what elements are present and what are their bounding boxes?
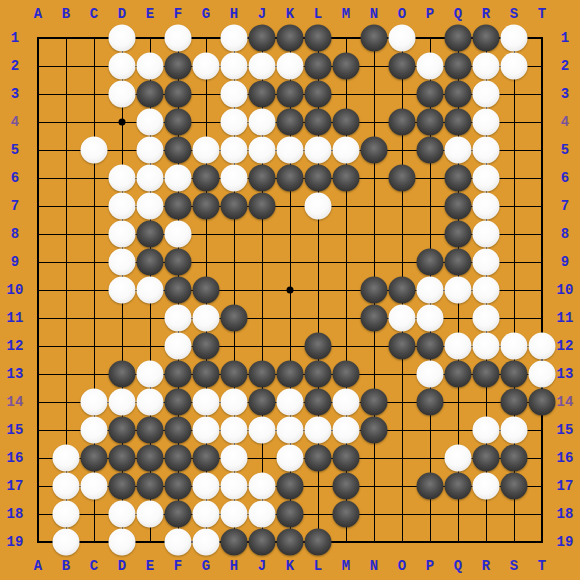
white-stone bbox=[53, 501, 80, 528]
white-stone bbox=[109, 277, 136, 304]
white-stone bbox=[137, 277, 164, 304]
white-stone bbox=[137, 165, 164, 192]
black-stone bbox=[165, 445, 192, 472]
white-stone bbox=[137, 501, 164, 528]
black-stone bbox=[333, 53, 360, 80]
black-stone bbox=[165, 417, 192, 444]
black-stone bbox=[445, 109, 472, 136]
black-stone bbox=[417, 81, 444, 108]
white-stone bbox=[221, 417, 248, 444]
black-stone bbox=[501, 445, 528, 472]
white-stone bbox=[165, 25, 192, 52]
white-stone bbox=[501, 417, 528, 444]
white-stone bbox=[277, 53, 304, 80]
black-stone bbox=[221, 361, 248, 388]
black-stone bbox=[137, 221, 164, 248]
white-stone bbox=[109, 25, 136, 52]
black-stone bbox=[277, 165, 304, 192]
black-stone bbox=[249, 81, 276, 108]
black-stone bbox=[445, 221, 472, 248]
white-stone bbox=[249, 501, 276, 528]
black-stone bbox=[361, 25, 388, 52]
white-stone bbox=[501, 53, 528, 80]
white-stone bbox=[529, 361, 556, 388]
white-stone bbox=[305, 137, 332, 164]
black-stone bbox=[221, 305, 248, 332]
white-stone bbox=[389, 25, 416, 52]
white-stone bbox=[473, 417, 500, 444]
black-stone bbox=[389, 165, 416, 192]
white-stone bbox=[193, 53, 220, 80]
black-stone bbox=[501, 389, 528, 416]
black-stone bbox=[333, 445, 360, 472]
black-stone bbox=[305, 389, 332, 416]
white-stone bbox=[137, 193, 164, 220]
white-stone bbox=[333, 389, 360, 416]
white-stone bbox=[249, 473, 276, 500]
black-stone bbox=[109, 473, 136, 500]
black-stone bbox=[417, 473, 444, 500]
white-stone bbox=[529, 333, 556, 360]
white-stone bbox=[445, 445, 472, 472]
black-stone bbox=[305, 165, 332, 192]
black-stone bbox=[193, 277, 220, 304]
black-stone bbox=[165, 249, 192, 276]
black-stone bbox=[361, 277, 388, 304]
white-stone bbox=[277, 417, 304, 444]
white-stone bbox=[417, 277, 444, 304]
black-stone bbox=[165, 53, 192, 80]
go-board[interactable]: AABBCCDDEEFFGGHHJJKKLLMMNNOOPPQQRRSSTT11… bbox=[0, 0, 580, 580]
white-stone bbox=[81, 389, 108, 416]
white-stone bbox=[249, 417, 276, 444]
white-stone bbox=[221, 445, 248, 472]
white-stone bbox=[221, 53, 248, 80]
white-stone bbox=[417, 305, 444, 332]
white-stone bbox=[109, 529, 136, 556]
black-stone bbox=[165, 361, 192, 388]
white-stone bbox=[109, 193, 136, 220]
black-stone bbox=[249, 389, 276, 416]
black-stone bbox=[333, 473, 360, 500]
white-stone bbox=[81, 137, 108, 164]
stones-layer bbox=[0, 0, 580, 580]
white-stone bbox=[109, 221, 136, 248]
white-stone bbox=[445, 277, 472, 304]
black-stone bbox=[277, 25, 304, 52]
white-stone bbox=[137, 361, 164, 388]
white-stone bbox=[221, 81, 248, 108]
white-stone bbox=[249, 109, 276, 136]
black-stone bbox=[445, 25, 472, 52]
white-stone bbox=[473, 249, 500, 276]
black-stone bbox=[501, 473, 528, 500]
black-stone bbox=[277, 501, 304, 528]
white-stone bbox=[473, 305, 500, 332]
black-stone bbox=[165, 81, 192, 108]
white-stone bbox=[473, 81, 500, 108]
white-stone bbox=[445, 137, 472, 164]
black-stone bbox=[249, 193, 276, 220]
white-stone bbox=[193, 417, 220, 444]
black-stone bbox=[305, 445, 332, 472]
black-stone bbox=[165, 501, 192, 528]
black-stone bbox=[333, 165, 360, 192]
white-stone bbox=[165, 333, 192, 360]
black-stone bbox=[193, 165, 220, 192]
black-stone bbox=[445, 361, 472, 388]
black-stone bbox=[249, 165, 276, 192]
white-stone bbox=[417, 361, 444, 388]
black-stone bbox=[249, 361, 276, 388]
black-stone bbox=[165, 193, 192, 220]
black-stone bbox=[193, 361, 220, 388]
black-stone bbox=[361, 305, 388, 332]
black-stone bbox=[445, 193, 472, 220]
black-stone bbox=[361, 389, 388, 416]
black-stone bbox=[445, 249, 472, 276]
white-stone bbox=[473, 221, 500, 248]
white-stone bbox=[221, 165, 248, 192]
white-stone bbox=[53, 473, 80, 500]
white-stone bbox=[165, 165, 192, 192]
black-stone bbox=[221, 529, 248, 556]
white-stone bbox=[109, 501, 136, 528]
black-stone bbox=[417, 109, 444, 136]
white-stone bbox=[473, 137, 500, 164]
white-stone bbox=[473, 53, 500, 80]
black-stone bbox=[165, 473, 192, 500]
black-stone bbox=[165, 137, 192, 164]
white-stone bbox=[109, 249, 136, 276]
black-stone bbox=[165, 389, 192, 416]
white-stone bbox=[221, 25, 248, 52]
white-stone bbox=[249, 137, 276, 164]
black-stone bbox=[389, 53, 416, 80]
black-stone bbox=[277, 81, 304, 108]
white-stone bbox=[53, 529, 80, 556]
black-stone bbox=[81, 445, 108, 472]
white-stone bbox=[81, 417, 108, 444]
white-stone bbox=[417, 53, 444, 80]
white-stone bbox=[165, 305, 192, 332]
black-stone bbox=[277, 109, 304, 136]
white-stone bbox=[221, 137, 248, 164]
white-stone bbox=[53, 445, 80, 472]
black-stone bbox=[137, 417, 164, 444]
white-stone bbox=[249, 53, 276, 80]
white-stone bbox=[277, 137, 304, 164]
white-stone bbox=[221, 109, 248, 136]
black-stone bbox=[529, 389, 556, 416]
black-stone bbox=[361, 137, 388, 164]
white-stone bbox=[193, 389, 220, 416]
white-stone bbox=[445, 333, 472, 360]
black-stone bbox=[333, 501, 360, 528]
black-stone bbox=[473, 445, 500, 472]
black-stone bbox=[501, 361, 528, 388]
white-stone bbox=[221, 501, 248, 528]
black-stone bbox=[445, 473, 472, 500]
white-stone bbox=[193, 473, 220, 500]
black-stone bbox=[277, 473, 304, 500]
white-stone bbox=[473, 277, 500, 304]
black-stone bbox=[417, 333, 444, 360]
black-stone bbox=[109, 417, 136, 444]
black-stone bbox=[193, 333, 220, 360]
white-stone bbox=[137, 53, 164, 80]
white-stone bbox=[193, 501, 220, 528]
black-stone bbox=[165, 277, 192, 304]
black-stone bbox=[109, 361, 136, 388]
black-stone bbox=[305, 333, 332, 360]
white-stone bbox=[473, 193, 500, 220]
black-stone bbox=[221, 193, 248, 220]
white-stone bbox=[193, 529, 220, 556]
black-stone bbox=[305, 53, 332, 80]
white-stone bbox=[501, 333, 528, 360]
white-stone bbox=[109, 53, 136, 80]
white-stone bbox=[473, 109, 500, 136]
white-stone bbox=[165, 529, 192, 556]
black-stone bbox=[109, 445, 136, 472]
white-stone bbox=[81, 473, 108, 500]
black-stone bbox=[305, 109, 332, 136]
black-stone bbox=[417, 137, 444, 164]
black-stone bbox=[389, 109, 416, 136]
black-stone bbox=[333, 109, 360, 136]
white-stone bbox=[137, 109, 164, 136]
white-stone bbox=[333, 137, 360, 164]
white-stone bbox=[473, 333, 500, 360]
white-stone bbox=[165, 221, 192, 248]
white-stone bbox=[305, 417, 332, 444]
white-stone bbox=[333, 417, 360, 444]
black-stone bbox=[389, 333, 416, 360]
black-stone bbox=[137, 473, 164, 500]
black-stone bbox=[333, 361, 360, 388]
white-stone bbox=[137, 389, 164, 416]
black-stone bbox=[305, 81, 332, 108]
black-stone bbox=[277, 529, 304, 556]
black-stone bbox=[249, 25, 276, 52]
white-stone bbox=[389, 305, 416, 332]
white-stone bbox=[109, 165, 136, 192]
white-stone bbox=[193, 305, 220, 332]
white-stone bbox=[473, 473, 500, 500]
black-stone bbox=[305, 25, 332, 52]
white-stone bbox=[277, 389, 304, 416]
black-stone bbox=[473, 361, 500, 388]
white-stone bbox=[137, 137, 164, 164]
white-stone bbox=[109, 389, 136, 416]
white-stone bbox=[277, 445, 304, 472]
white-stone bbox=[109, 81, 136, 108]
black-stone bbox=[277, 361, 304, 388]
white-stone bbox=[221, 473, 248, 500]
black-stone bbox=[305, 529, 332, 556]
white-stone bbox=[221, 389, 248, 416]
white-stone bbox=[473, 165, 500, 192]
black-stone bbox=[249, 529, 276, 556]
black-stone bbox=[361, 417, 388, 444]
black-stone bbox=[193, 445, 220, 472]
white-stone bbox=[305, 193, 332, 220]
black-stone bbox=[137, 445, 164, 472]
black-stone bbox=[445, 165, 472, 192]
white-stone bbox=[501, 25, 528, 52]
black-stone bbox=[473, 25, 500, 52]
black-stone bbox=[417, 389, 444, 416]
black-stone bbox=[193, 193, 220, 220]
black-stone bbox=[305, 361, 332, 388]
black-stone bbox=[137, 81, 164, 108]
black-stone bbox=[417, 249, 444, 276]
black-stone bbox=[389, 277, 416, 304]
black-stone bbox=[445, 53, 472, 80]
white-stone bbox=[193, 137, 220, 164]
black-stone bbox=[165, 109, 192, 136]
black-stone bbox=[137, 249, 164, 276]
black-stone bbox=[445, 81, 472, 108]
